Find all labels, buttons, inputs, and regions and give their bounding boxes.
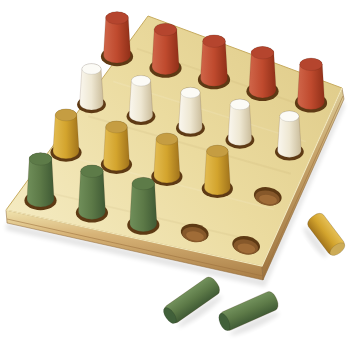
peg-top — [154, 23, 177, 35]
peg-green-r4c2[interactable] — [76, 165, 108, 222]
peg-top — [300, 58, 323, 70]
peg-board-scene — [0, 0, 350, 350]
peg-top — [156, 133, 178, 145]
peg-top — [81, 165, 104, 177]
peg-top — [106, 121, 128, 133]
peg-top — [207, 145, 229, 157]
peg-yellow-r3c1[interactable] — [50, 109, 81, 162]
peg-top — [203, 35, 226, 47]
peg-top — [131, 76, 150, 87]
loose-peg-green-3[interactable] — [216, 290, 284, 341]
peg-yellow-r3c4[interactable] — [202, 145, 233, 198]
peg-red-r1c3[interactable] — [198, 35, 230, 89]
peg-top — [251, 47, 274, 59]
peg-top — [280, 111, 299, 122]
peg-board-photo — [0, 0, 350, 350]
peg-yellow-r3c2[interactable] — [101, 121, 132, 174]
loose-peg-yellow-1[interactable] — [299, 211, 348, 264]
peg-yellow-r3c3[interactable] — [151, 133, 182, 186]
peg-top — [29, 153, 52, 165]
peg-red-r1c1[interactable] — [101, 12, 133, 66]
peg-green-r4c1[interactable] — [24, 153, 56, 210]
peg-white-r2c1[interactable] — [77, 64, 106, 113]
loose-peg-green-2[interactable] — [160, 275, 226, 333]
peg-red-r1c5[interactable] — [295, 58, 327, 112]
peg-top — [55, 109, 77, 121]
peg-red-r1c2[interactable] — [149, 23, 181, 77]
peg-green-r4c3[interactable] — [127, 177, 159, 234]
peg-top — [132, 177, 155, 189]
peg-top — [82, 64, 101, 75]
peg-top — [230, 99, 249, 110]
peg-red-r1c4[interactable] — [246, 47, 278, 101]
peg-top — [106, 12, 129, 24]
peg-top — [181, 87, 200, 98]
